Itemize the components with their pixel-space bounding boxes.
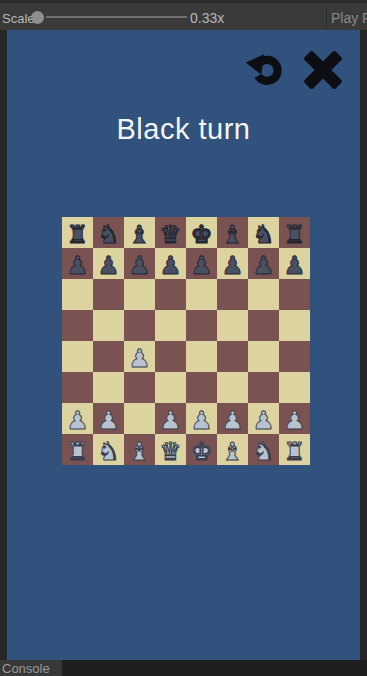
piece-white-queen: ♛ <box>159 437 181 466</box>
piece-black-king: ♚ <box>190 220 212 249</box>
square-e2[interactable]: ♟ <box>186 403 217 434</box>
square-b1[interactable]: ♞ <box>93 434 124 465</box>
square-h7[interactable]: ♟ <box>279 248 310 279</box>
square-g6[interactable] <box>248 279 279 310</box>
square-b8[interactable]: ♞ <box>93 217 124 248</box>
unity-game-window: Scale 0.33x Play Fo Black turn ♜♞♝♛♚♝♞♜♟… <box>0 0 367 676</box>
scale-slider-knob[interactable] <box>31 11 44 24</box>
square-b6[interactable] <box>93 279 124 310</box>
piece-white-king: ♚ <box>190 437 212 466</box>
square-e3[interactable] <box>186 372 217 403</box>
piece-white-rook: ♜ <box>66 437 88 466</box>
square-b2[interactable]: ♟ <box>93 403 124 434</box>
piece-white-bishop: ♝ <box>128 437 150 466</box>
toolbar-divider <box>326 6 327 30</box>
piece-white-pawn: ♟ <box>128 344 150 373</box>
square-a5[interactable] <box>62 310 93 341</box>
square-a1[interactable]: ♜ <box>62 434 93 465</box>
piece-black-pawn: ♟ <box>159 251 181 280</box>
square-a7[interactable]: ♟ <box>62 248 93 279</box>
square-c8[interactable]: ♝ <box>124 217 155 248</box>
left-gutter <box>0 30 7 660</box>
square-a3[interactable] <box>62 372 93 403</box>
piece-white-pawn: ♟ <box>159 406 181 435</box>
square-c7[interactable]: ♟ <box>124 248 155 279</box>
piece-black-knight: ♞ <box>97 220 119 249</box>
turn-indicator: Black turn <box>7 113 360 146</box>
piece-white-knight: ♞ <box>97 437 119 466</box>
piece-black-pawn: ♟ <box>283 251 305 280</box>
square-f2[interactable]: ♟ <box>217 403 248 434</box>
square-c2[interactable] <box>124 403 155 434</box>
square-d3[interactable] <box>155 372 186 403</box>
piece-black-pawn: ♟ <box>190 251 212 280</box>
piece-white-pawn: ♟ <box>97 406 119 435</box>
square-f7[interactable]: ♟ <box>217 248 248 279</box>
console-tab[interactable]: Console <box>0 660 62 676</box>
square-d5[interactable] <box>155 310 186 341</box>
square-e7[interactable]: ♟ <box>186 248 217 279</box>
square-d4[interactable] <box>155 341 186 372</box>
square-d1[interactable]: ♛ <box>155 434 186 465</box>
square-g8[interactable]: ♞ <box>248 217 279 248</box>
square-d8[interactable]: ♛ <box>155 217 186 248</box>
piece-black-pawn: ♟ <box>128 251 150 280</box>
square-a6[interactable] <box>62 279 93 310</box>
square-f8[interactable]: ♝ <box>217 217 248 248</box>
square-a2[interactable]: ♟ <box>62 403 93 434</box>
square-h8[interactable]: ♜ <box>279 217 310 248</box>
square-b5[interactable] <box>93 310 124 341</box>
square-h2[interactable]: ♟ <box>279 403 310 434</box>
square-c6[interactable] <box>124 279 155 310</box>
square-f6[interactable] <box>217 279 248 310</box>
square-f4[interactable] <box>217 341 248 372</box>
piece-black-pawn: ♟ <box>97 251 119 280</box>
square-g4[interactable] <box>248 341 279 372</box>
undo-button[interactable] <box>242 45 286 93</box>
square-e4[interactable] <box>186 341 217 372</box>
piece-black-pawn: ♟ <box>66 251 88 280</box>
square-e8[interactable]: ♚ <box>186 217 217 248</box>
square-b7[interactable]: ♟ <box>93 248 124 279</box>
play-focused-dropdown[interactable]: Play Fo <box>331 10 367 26</box>
square-h3[interactable] <box>279 372 310 403</box>
square-g1[interactable]: ♞ <box>248 434 279 465</box>
piece-white-bishop: ♝ <box>221 437 243 466</box>
square-d6[interactable] <box>155 279 186 310</box>
scale-slider-track[interactable] <box>46 16 187 18</box>
square-g5[interactable] <box>248 310 279 341</box>
square-g3[interactable] <box>248 372 279 403</box>
square-h1[interactable]: ♜ <box>279 434 310 465</box>
square-e5[interactable] <box>186 310 217 341</box>
piece-white-rook: ♜ <box>283 437 305 466</box>
scale-label: Scale <box>2 11 35 26</box>
game-view-toolbar: Scale 0.33x Play Fo <box>0 0 367 30</box>
square-e1[interactable]: ♚ <box>186 434 217 465</box>
square-h5[interactable] <box>279 310 310 341</box>
scale-value: 0.33x <box>190 10 224 26</box>
piece-white-pawn: ♟ <box>221 406 243 435</box>
piece-black-bishop: ♝ <box>128 220 150 249</box>
square-b3[interactable] <box>93 372 124 403</box>
square-h6[interactable] <box>279 279 310 310</box>
square-c4[interactable]: ♟ <box>124 341 155 372</box>
piece-white-pawn: ♟ <box>66 406 88 435</box>
piece-white-pawn: ♟ <box>283 406 305 435</box>
piece-black-queen: ♛ <box>159 220 181 249</box>
square-d2[interactable]: ♟ <box>155 403 186 434</box>
square-f5[interactable] <box>217 310 248 341</box>
game-view: Black turn ♜♞♝♛♚♝♞♜♟♟♟♟♟♟♟♟♟♟♟♟♟♟♟♟♜♞♝♛♚… <box>7 30 360 660</box>
piece-white-knight: ♞ <box>252 437 274 466</box>
square-f3[interactable] <box>217 372 248 403</box>
piece-black-pawn: ♟ <box>252 251 274 280</box>
piece-black-rook: ♜ <box>283 220 305 249</box>
square-g2[interactable]: ♟ <box>248 403 279 434</box>
square-h4[interactable] <box>279 341 310 372</box>
square-g7[interactable]: ♟ <box>248 248 279 279</box>
piece-white-pawn: ♟ <box>252 406 274 435</box>
piece-black-bishop: ♝ <box>221 220 243 249</box>
piece-black-pawn: ♟ <box>221 251 243 280</box>
piece-black-rook: ♜ <box>66 220 88 249</box>
square-a8[interactable]: ♜ <box>62 217 93 248</box>
piece-white-pawn: ♟ <box>190 406 212 435</box>
square-c1[interactable]: ♝ <box>124 434 155 465</box>
undo-icon <box>242 45 286 93</box>
right-gutter <box>360 30 367 660</box>
square-b4[interactable] <box>93 341 124 372</box>
square-f1[interactable]: ♝ <box>217 434 248 465</box>
piece-black-knight: ♞ <box>252 220 274 249</box>
chess-board: ♜♞♝♛♚♝♞♜♟♟♟♟♟♟♟♟♟♟♟♟♟♟♟♟♜♞♝♛♚♝♞♜ <box>62 217 310 465</box>
square-a4[interactable] <box>62 341 93 372</box>
square-d7[interactable]: ♟ <box>155 248 186 279</box>
square-c3[interactable] <box>124 372 155 403</box>
square-e6[interactable] <box>186 279 217 310</box>
console-bar: Console <box>0 660 367 676</box>
square-c5[interactable] <box>124 310 155 341</box>
close-button[interactable] <box>300 47 346 93</box>
